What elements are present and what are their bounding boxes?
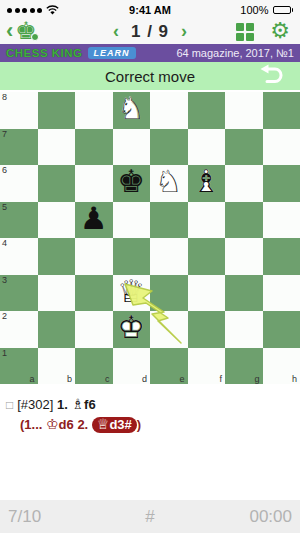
square-b4[interactable] — [38, 238, 76, 275]
variation-move-number: 2. — [77, 417, 88, 432]
battery-percent: 100% — [240, 4, 268, 16]
file-label-g: g — [254, 374, 259, 384]
cell-signal-icon — [7, 8, 42, 13]
square-c6[interactable] — [75, 165, 113, 202]
rank-label-6: 6 — [2, 165, 7, 175]
square-d1[interactable]: d — [113, 348, 151, 385]
move-text[interactable]: f6 — [84, 397, 96, 412]
square-a8[interactable]: 8 — [0, 92, 38, 129]
app-title: CHESS KING — [6, 47, 83, 59]
puzzle-counter: 1 / 9 — [131, 22, 169, 42]
battery-icon — [273, 6, 294, 14]
mainline-move: □[#302] 1. ♗f6 — [6, 396, 300, 412]
square-c7[interactable] — [75, 129, 113, 166]
square-a5[interactable]: 5 — [0, 202, 38, 239]
notation-panel: □[#302] 1. ♗f6 (1... ♔d6 2. ♕d3#) — [0, 384, 300, 432]
square-c8[interactable] — [75, 92, 113, 129]
variation-open: (1... — [20, 417, 42, 432]
prev-puzzle-button[interactable]: ‹ — [113, 22, 119, 40]
square-a1[interactable]: 1a — [0, 348, 38, 385]
square-c5[interactable]: ♟ — [75, 202, 113, 239]
course-title: 64 magazine, 2017, №1 — [176, 47, 294, 59]
square-d5[interactable] — [113, 202, 151, 239]
square-b7[interactable] — [38, 129, 76, 166]
white-king-d2[interactable]: ♚♔ — [113, 311, 151, 348]
square-f3[interactable] — [188, 275, 226, 312]
file-label-e: e — [179, 374, 184, 384]
square-e2[interactable] — [150, 311, 188, 348]
square-f8[interactable] — [188, 92, 226, 129]
square-g7[interactable] — [225, 129, 263, 166]
square-g3[interactable] — [225, 275, 263, 312]
black-king-d6[interactable]: ♚ — [113, 165, 151, 202]
square-b2[interactable] — [38, 311, 76, 348]
variation-move1[interactable]: d6 — [59, 417, 74, 432]
file-label-d: d — [142, 374, 147, 384]
rank-label-2: 2 — [2, 311, 7, 321]
square-b6[interactable] — [38, 165, 76, 202]
nav-bar: ‹ ♚ ‹ 1 / 9 › ⚙ — [0, 20, 300, 44]
square-h7[interactable] — [263, 129, 301, 166]
square-a7[interactable]: 7 — [0, 129, 38, 166]
square-f5[interactable] — [188, 202, 226, 239]
square-d4[interactable] — [113, 238, 151, 275]
brand-bar: CHESS KING LEARN 64 magazine, 2017, №1 — [0, 44, 300, 62]
variation-close: ) — [137, 417, 141, 432]
square-h1[interactable]: h — [263, 348, 301, 385]
square-e5[interactable] — [150, 202, 188, 239]
square-h8[interactable] — [263, 92, 301, 129]
square-f1[interactable]: f — [188, 348, 226, 385]
chess-board: 8♞♘76♚♞♘♝♗5♟43♛♕2♚♔1abcdefgh — [0, 92, 300, 384]
learn-badge: LEARN — [88, 47, 136, 60]
puzzle-grid-button[interactable] — [236, 23, 255, 42]
file-label-f: f — [219, 374, 222, 384]
bottom-status-bar: 7/10 # 00:00 — [0, 500, 300, 533]
file-label-a: a — [29, 374, 34, 384]
square-b1[interactable]: b — [38, 348, 76, 385]
square-b5[interactable] — [38, 202, 76, 239]
square-a3[interactable]: 3 — [0, 275, 38, 312]
square-f4[interactable] — [188, 238, 226, 275]
square-d7[interactable] — [113, 129, 151, 166]
square-g8[interactable] — [225, 92, 263, 129]
square-h2[interactable] — [263, 311, 301, 348]
white-to-move-icon: □ — [6, 398, 13, 412]
file-label-h: h — [292, 374, 297, 384]
square-e1[interactable]: e — [150, 348, 188, 385]
wifi-icon — [46, 5, 59, 15]
square-g6[interactable] — [225, 165, 263, 202]
white-knight-d8[interactable]: ♞♘ — [113, 92, 151, 129]
square-d6[interactable]: ♚ — [113, 165, 151, 202]
black-pawn-c5[interactable]: ♟ — [75, 202, 113, 239]
white-queen-d3[interactable]: ♛♕ — [113, 275, 151, 312]
square-f6[interactable]: ♝♗ — [188, 165, 226, 202]
queen-figurine: ♕ — [97, 416, 110, 432]
square-h4[interactable] — [263, 238, 301, 275]
square-f7[interactable] — [188, 129, 226, 166]
square-g5[interactable] — [225, 202, 263, 239]
settings-gear-button[interactable]: ⚙ — [270, 20, 290, 42]
white-bishop-f6[interactable]: ♝♗ — [188, 165, 226, 202]
square-g2[interactable] — [225, 311, 263, 348]
square-g4[interactable] — [225, 238, 263, 275]
status-left — [7, 5, 59, 15]
square-e3[interactable] — [150, 275, 188, 312]
square-c2[interactable] — [75, 311, 113, 348]
square-c3[interactable] — [75, 275, 113, 312]
square-a4[interactable]: 4 — [0, 238, 38, 275]
square-b8[interactable] — [38, 92, 76, 129]
nav-actions: ⚙ — [236, 22, 290, 42]
square-h3[interactable] — [263, 275, 301, 312]
file-label-b: b — [67, 374, 72, 384]
square-d3[interactable]: ♛♕ — [113, 275, 151, 312]
square-d2[interactable]: ♚♔ — [113, 311, 151, 348]
square-a2[interactable]: 2 — [0, 311, 38, 348]
rank-label-3: 3 — [2, 275, 7, 285]
square-e7[interactable] — [150, 129, 188, 166]
rank-label-8: 8 — [2, 92, 7, 102]
square-e8[interactable] — [150, 92, 188, 129]
square-e4[interactable] — [150, 238, 188, 275]
variation-move2: d3# — [109, 417, 131, 432]
status-bar: 9:41 AM 100% — [0, 0, 300, 20]
rank-label-1: 1 — [2, 348, 7, 358]
square-g1[interactable]: g — [225, 348, 263, 385]
rank-label-7: 7 — [2, 129, 7, 139]
puzzle-id: [#302] — [17, 397, 53, 412]
square-h6[interactable] — [263, 165, 301, 202]
undo-move-button[interactable] — [258, 64, 284, 92]
square-c4[interactable] — [75, 238, 113, 275]
square-d8[interactable]: ♞♘ — [113, 92, 151, 129]
square-f2[interactable] — [188, 311, 226, 348]
variation-line: (1... ♔d6 2. ♕d3#) — [20, 416, 300, 432]
square-h5[interactable] — [263, 202, 301, 239]
rank-label-4: 4 — [2, 238, 7, 248]
square-a6[interactable]: 6 — [0, 165, 38, 202]
rank-label-5: 5 — [2, 202, 7, 212]
file-label-c: c — [105, 374, 110, 384]
feedback-message: Correct move — [105, 68, 195, 85]
feedback-bar: Correct move — [0, 62, 300, 90]
move-number: 1. — [57, 397, 68, 412]
square-b3[interactable] — [38, 275, 76, 312]
king-figurine: ♔ — [46, 416, 59, 432]
current-move-highlight[interactable]: ♕d3# — [92, 417, 137, 433]
white-knight-e6[interactable]: ♞♘ — [150, 165, 188, 202]
square-e6[interactable]: ♞♘ — [150, 165, 188, 202]
square-c1[interactable]: c — [75, 348, 113, 385]
bishop-figurine: ♗ — [72, 396, 85, 412]
next-puzzle-button[interactable]: › — [181, 22, 187, 40]
status-right: 100% — [240, 4, 293, 16]
timer: 00:00 — [249, 507, 292, 527]
